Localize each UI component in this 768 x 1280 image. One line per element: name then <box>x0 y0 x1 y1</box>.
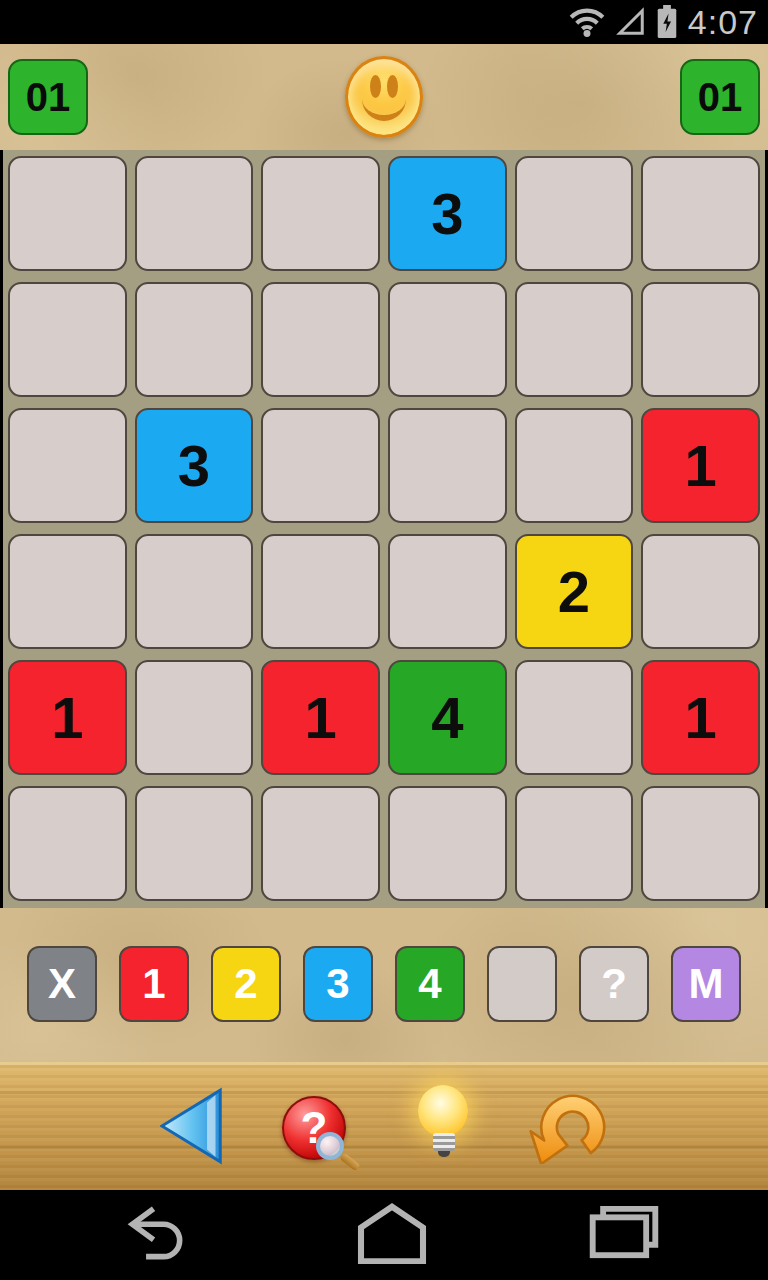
board-cell-r6c2[interactable] <box>135 786 254 901</box>
undo-button[interactable] <box>528 1088 612 1168</box>
palette-button-2[interactable]: 2 <box>211 946 281 1022</box>
palette-button-1[interactable]: 1 <box>119 946 189 1022</box>
board-cell-r5c3[interactable]: 1 <box>261 660 380 775</box>
hint-button[interactable] <box>418 1085 470 1171</box>
status-bar: 4:07 <box>0 0 768 44</box>
marker-palette: X1234?M <box>0 908 768 1062</box>
lightbulb-icon <box>418 1085 470 1171</box>
board-cell-r5c4[interactable]: 4 <box>388 660 507 775</box>
board-cell-r5c5[interactable] <box>515 660 634 775</box>
board-cell-r4c5[interactable]: 2 <box>515 534 634 649</box>
board-cell-r5c6[interactable]: 1 <box>641 660 760 775</box>
question-mark-icon: ? <box>282 1096 346 1160</box>
android-recents-button[interactable] <box>587 1203 661 1267</box>
toolbar: ? <box>0 1062 768 1190</box>
wifi-icon <box>568 6 606 38</box>
board-cell-r3c1[interactable] <box>8 408 127 523</box>
board-cell-r2c3[interactable] <box>261 282 380 397</box>
board-cell-r5c1[interactable]: 1 <box>8 660 127 775</box>
cell-signal-icon <box>616 7 646 37</box>
android-nav-bar <box>0 1190 768 1280</box>
timer-counter: 01 <box>680 59 760 135</box>
board-cell-r1c5[interactable] <box>515 156 634 271</box>
board-cell-r6c5[interactable] <box>515 786 634 901</box>
board-cell-r3c4[interactable] <box>388 408 507 523</box>
board-cell-r1c2[interactable] <box>135 156 254 271</box>
palette-button-x[interactable]: X <box>27 946 97 1022</box>
board-cell-r4c4[interactable] <box>388 534 507 649</box>
board-cell-r2c4[interactable] <box>388 282 507 397</box>
android-home-button[interactable] <box>353 1202 431 1268</box>
palette-button-4[interactable]: 4 <box>395 946 465 1022</box>
back-button[interactable] <box>160 1087 224 1169</box>
board-cell-r3c2[interactable]: 3 <box>135 408 254 523</box>
undo-arrow-icon <box>528 1088 612 1164</box>
magnifier-icon <box>316 1132 362 1174</box>
board-cell-r1c6[interactable] <box>641 156 760 271</box>
board-cell-r6c6[interactable] <box>641 786 760 901</box>
board-cell-r1c3[interactable] <box>261 156 380 271</box>
battery-charging-icon <box>656 5 678 39</box>
board-cell-r2c6[interactable] <box>641 282 760 397</box>
board-cell-r3c3[interactable] <box>261 408 380 523</box>
board-cell-r2c5[interactable] <box>515 282 634 397</box>
clock: 4:07 <box>688 3 758 42</box>
board: 33121141 <box>3 150 765 908</box>
mine-counter: 01 <box>8 59 88 135</box>
board-cell-r4c2[interactable] <box>135 534 254 649</box>
smiley-face-button[interactable] <box>345 56 423 138</box>
board-cell-r2c1[interactable] <box>8 282 127 397</box>
board-cell-r5c2[interactable] <box>135 660 254 775</box>
smiley-eye <box>370 75 381 98</box>
board-cell-r6c4[interactable] <box>388 786 507 901</box>
board-cell-r2c2[interactable] <box>135 282 254 397</box>
smiley-eye <box>387 75 398 98</box>
palette-button-blank[interactable] <box>487 946 557 1022</box>
board-cell-r4c3[interactable] <box>261 534 380 649</box>
palette-button-m[interactable]: M <box>671 946 741 1022</box>
smiley-mouth <box>362 99 406 121</box>
game-header: 01 01 <box>0 44 768 150</box>
palette-button-3[interactable]: 3 <box>303 946 373 1022</box>
board-cell-r6c3[interactable] <box>261 786 380 901</box>
board-cell-r4c1[interactable] <box>8 534 127 649</box>
board-cell-r6c1[interactable] <box>8 786 127 901</box>
android-back-button[interactable] <box>126 1205 196 1265</box>
board-cell-r1c1[interactable] <box>8 156 127 271</box>
board-cell-r1c4[interactable]: 3 <box>388 156 507 271</box>
board-cell-r3c6[interactable]: 1 <box>641 408 760 523</box>
help-button[interactable]: ? <box>282 1096 346 1160</box>
board-cell-r4c6[interactable] <box>641 534 760 649</box>
board-cell-r3c5[interactable] <box>515 408 634 523</box>
palette-button-?[interactable]: ? <box>579 946 649 1022</box>
